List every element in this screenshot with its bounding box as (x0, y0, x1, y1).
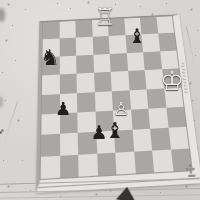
square-e8[interactable] (115, 151, 135, 174)
square-d2[interactable] (92, 36, 109, 54)
square-b2[interactable] (59, 38, 76, 56)
scratch-mark (186, 26, 195, 65)
piece-white-pawn-e6[interactable]: ♙ (113, 100, 129, 118)
square-c2[interactable] (76, 37, 93, 55)
square-h7[interactable] (168, 127, 189, 149)
square-b1[interactable] (59, 21, 76, 39)
square-f6[interactable] (131, 109, 151, 130)
piece-black-knight-a3[interactable]: ♞ (40, 47, 60, 69)
stamp-ornament (189, 165, 191, 167)
square-f3[interactable] (126, 52, 144, 71)
square-a1[interactable] (43, 22, 60, 40)
square-a7[interactable] (41, 134, 60, 157)
piece-white-king-h5[interactable]: ♔ (160, 67, 184, 94)
square-g8[interactable] (152, 149, 173, 172)
square-f5[interactable] (129, 89, 148, 110)
square-h6[interactable] (166, 107, 186, 128)
square-e4[interactable] (111, 71, 129, 91)
table-seam-line (0, 194, 200, 198)
piece-black-bishop-f2[interactable]: ♝ (128, 26, 146, 46)
square-b3[interactable] (59, 55, 76, 74)
maker-stamp (186, 165, 196, 174)
square-f4[interactable] (128, 70, 147, 90)
stamp-script-line (188, 174, 196, 176)
square-h2[interactable] (158, 33, 177, 51)
square-c1[interactable] (75, 20, 92, 38)
edge-smudge (0, 96, 3, 108)
offboard-captured-piece[interactable] (116, 186, 138, 200)
square-d5[interactable] (94, 91, 113, 112)
square-a8[interactable] (41, 155, 60, 178)
piece-white-rook-d1[interactable]: ♖ (94, 5, 116, 29)
square-g3[interactable] (143, 51, 162, 70)
square-g6[interactable] (148, 108, 168, 129)
square-c5[interactable] (77, 92, 95, 113)
square-f7[interactable] (132, 129, 152, 151)
piece-black-bishop-e7[interactable]: ♝ (105, 120, 125, 142)
square-c4[interactable] (76, 73, 94, 93)
chessboard-photo: ♖♝♞♔♟♙♟♝ (0, 0, 200, 200)
square-b7[interactable] (60, 133, 79, 155)
square-c8[interactable] (78, 153, 97, 176)
square-d3[interactable] (93, 54, 111, 73)
square-g7[interactable] (150, 128, 170, 150)
square-e3[interactable] (110, 53, 128, 72)
square-h1[interactable] (156, 16, 174, 34)
square-b8[interactable] (60, 154, 79, 177)
square-b4[interactable] (59, 74, 77, 94)
square-e2[interactable] (109, 35, 127, 53)
film-grain (0, 0, 1, 1)
square-a4[interactable] (42, 75, 60, 95)
square-d4[interactable] (94, 72, 112, 92)
scratch-mark (3, 101, 18, 145)
square-f8[interactable] (134, 150, 154, 173)
square-d8[interactable] (97, 152, 117, 175)
square-c3[interactable] (76, 55, 93, 74)
piece-black-pawn-b6[interactable]: ♟ (55, 100, 71, 118)
edge-smudge (0, 8, 5, 22)
